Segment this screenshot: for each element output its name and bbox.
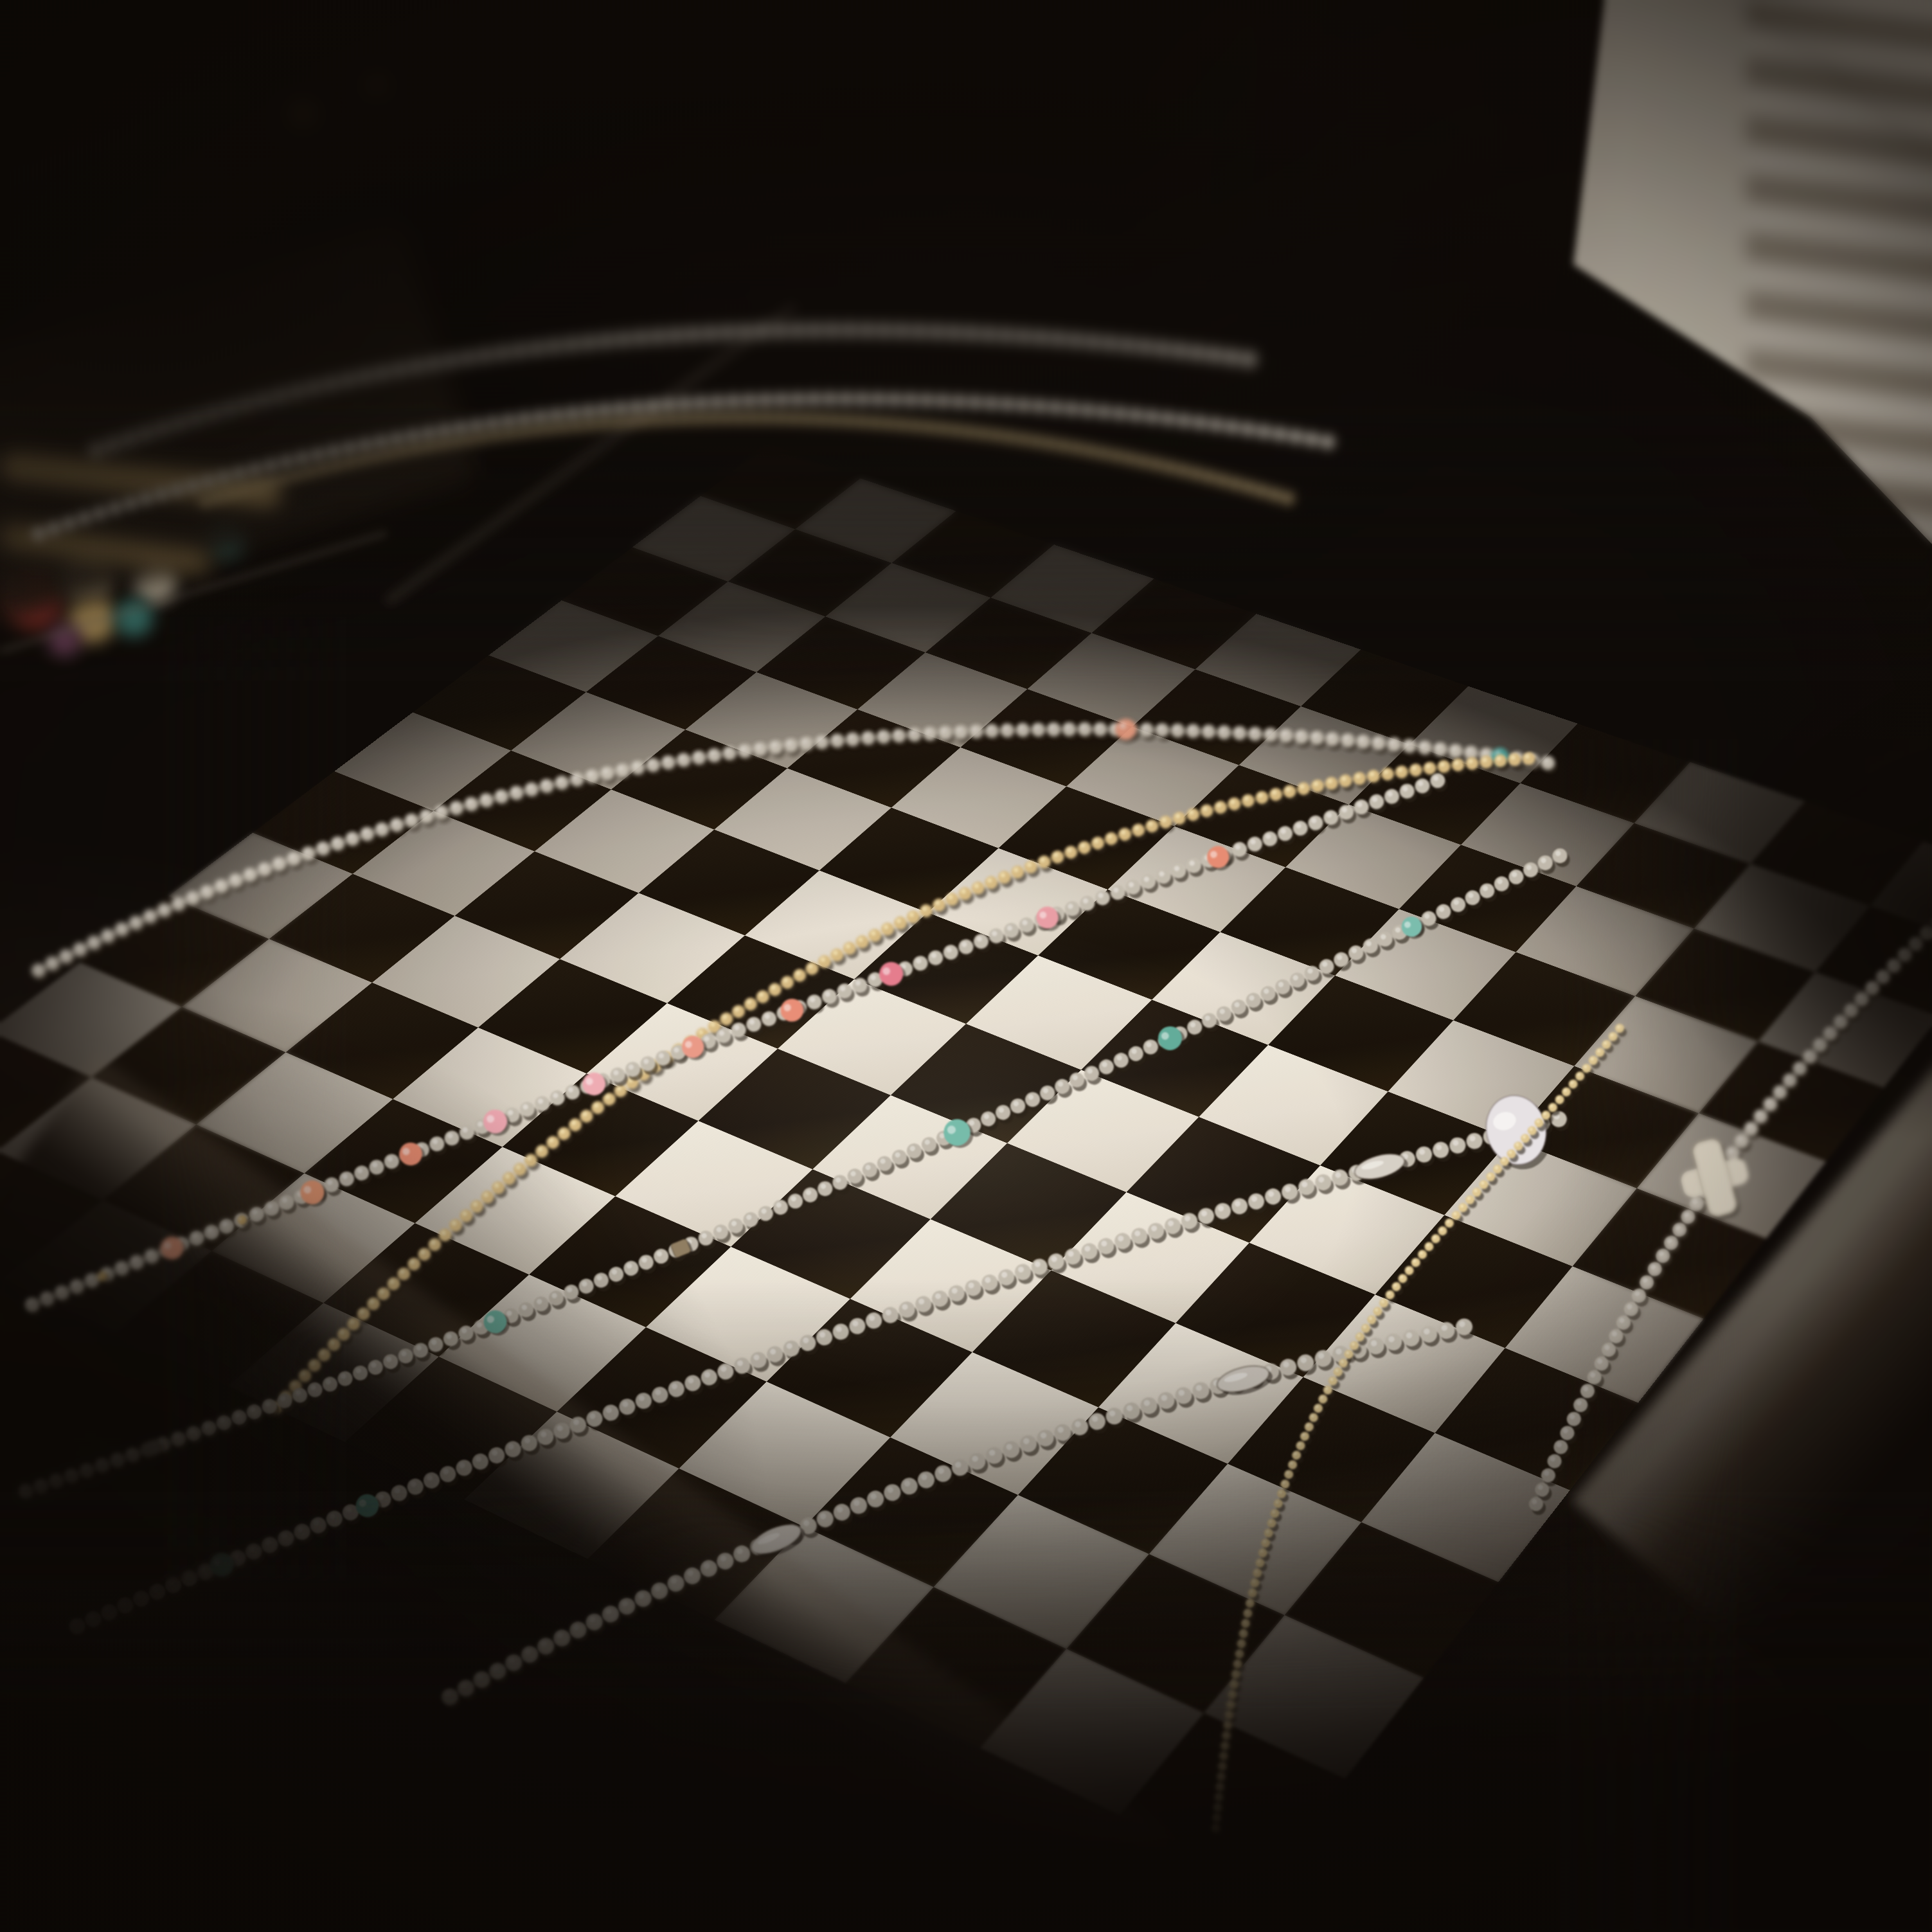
strand-silver-football	[448, 1321, 1481, 1701]
strand-back-blur-gold	[204, 416, 1298, 501]
strand-silver-high	[37, 719, 1564, 974]
strand-back-blur-silver-1	[94, 327, 1253, 450]
accent-bead	[777, 995, 809, 1028]
accent-pearl	[1479, 1088, 1559, 1177]
scene	[0, 0, 1932, 1932]
accent-bead	[157, 1232, 190, 1266]
strand-silver-cross	[1534, 917, 1932, 1508]
